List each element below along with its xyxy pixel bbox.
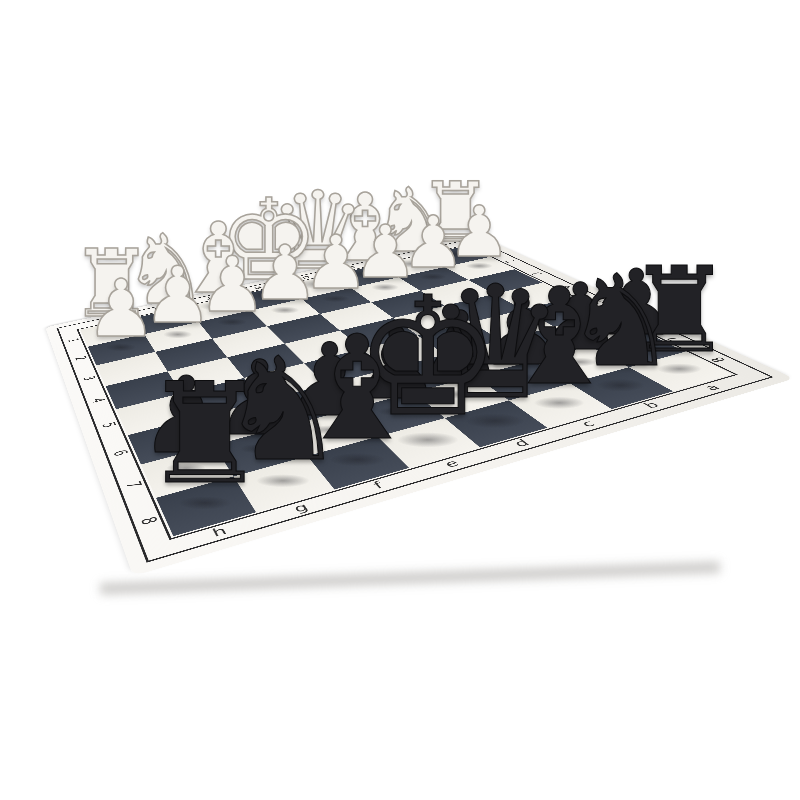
board-perspective-wrapper: aa88bb77cc66dd55ee44ff33gg22hh11: [13, 3, 787, 777]
rank-label-1-hfile-edge: 1: [63, 335, 85, 345]
board-projector: aa88bb77cc66dd55ee44ff33gg22hh11: [53, 40, 672, 659]
rank-label-5-hfile-edge: 5: [95, 418, 122, 433]
rank-label-4-hfile-edge: 4: [86, 394, 112, 407]
rank-label-8-hfile-edge: 8: [132, 510, 166, 531]
rank-label-6-hfile-edge: 6: [106, 445, 135, 462]
chess-set-photo: aa88bb77cc66dd55ee44ff33gg22hh11 ♜♞♝♛♚♝♞…: [0, 0, 800, 800]
chessboard-mat: aa88bb77cc66dd55ee44ff33gg22hh11: [45, 235, 794, 576]
rank-label-7-hfile-edge: 7: [118, 475, 150, 494]
rank-label-2-hfile-edge: 2: [70, 353, 93, 364]
rank-label-3-hfile-edge: 3: [77, 372, 101, 384]
chessboard-grid: [80, 246, 732, 536]
